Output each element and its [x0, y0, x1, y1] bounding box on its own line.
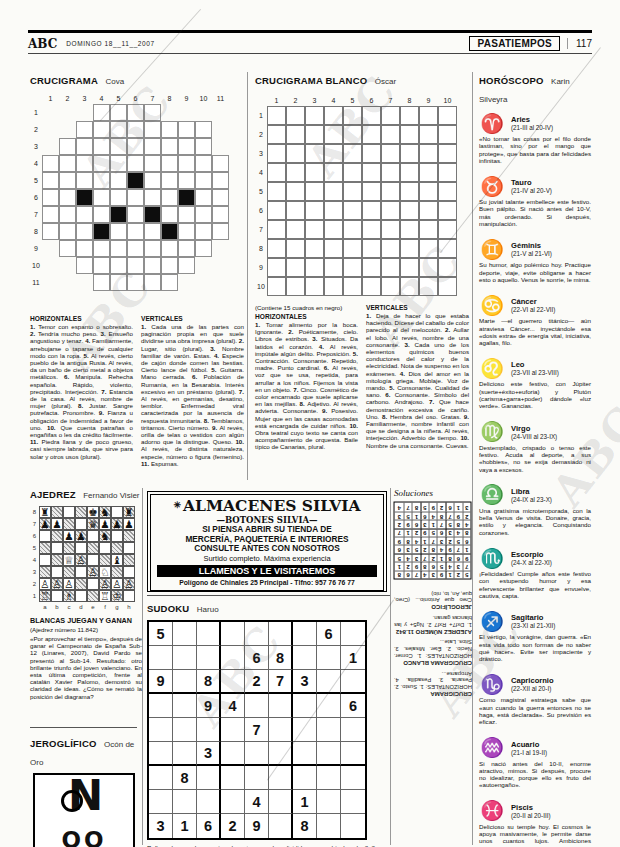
crossword-cell-r8c3[interactable]	[76, 223, 93, 240]
crossword-cell-r6c7[interactable]	[144, 189, 161, 206]
crossword-void-cell	[59, 121, 76, 138]
white-crossword-cell-r7c6[interactable]	[362, 220, 381, 239]
white-crossword-cell-r10c7[interactable]	[381, 277, 400, 296]
sudoku-cell-r4c7[interactable]	[293, 694, 317, 718]
white-crossword-cell-r4c4[interactable]	[324, 163, 343, 182]
crossword-cell-r7c8[interactable]	[161, 206, 178, 223]
white-crossword-cell-r7c5[interactable]	[343, 220, 362, 239]
crossword-cell-r8c6[interactable]	[127, 223, 144, 240]
crossword-cell-r2c8[interactable]	[161, 121, 178, 138]
white-crossword-cell-r3c3[interactable]	[305, 144, 324, 163]
clue-number: 4.	[85, 337, 92, 344]
crossword-cell-r9c3[interactable]	[76, 240, 93, 257]
white-crossword-cell-r8c3[interactable]	[305, 239, 324, 258]
sign-name-block: Tauro(21-IV al 20-V)	[511, 178, 552, 194]
sudoku-cell-r1c3[interactable]	[197, 622, 221, 646]
rank-label: 1	[30, 590, 39, 602]
white-crossword-cell-r9c1[interactable]	[267, 258, 286, 277]
crossword-cell-r5c1[interactable]	[42, 172, 59, 189]
white-crossword-cell-r5c1[interactable]	[267, 182, 286, 201]
white-crossword-cell-r9c2[interactable]	[286, 258, 305, 277]
crossword-cell-r2c9[interactable]	[178, 121, 195, 138]
white-crossword-cell-r3c6[interactable]	[362, 144, 381, 163]
sudoku-cell-r8c8[interactable]	[317, 790, 341, 814]
sudoku-cell-r4c5[interactable]	[245, 694, 269, 718]
white-crossword-cell-r2c6[interactable]	[362, 125, 381, 144]
crossword-cell-r7c2[interactable]	[59, 206, 76, 223]
crossword-cell-r6c4[interactable]	[93, 189, 110, 206]
crossword-cell-r7c11[interactable]	[212, 206, 229, 223]
white-crossword-cell-r9c8[interactable]	[400, 258, 419, 277]
crossword-cell-r10c8[interactable]	[161, 257, 178, 274]
white-crossword-cell-r7c2[interactable]	[286, 220, 305, 239]
sudoku-cell-r9c8[interactable]	[317, 814, 341, 838]
sudoku-cell-r6c7[interactable]	[293, 742, 317, 766]
white-crossword-cell-r7c10[interactable]	[438, 220, 457, 239]
white-crossword-cell-r2c5[interactable]	[343, 125, 362, 144]
crossword-cell-r9c8[interactable]	[161, 240, 178, 257]
white-crossword-cell-r8c8[interactable]	[400, 239, 419, 258]
crossword-cell-r1c7[interactable]	[144, 104, 161, 121]
white-crossword-cell-r4c7[interactable]	[381, 163, 400, 182]
white-crossword-cell-r7c7[interactable]	[381, 220, 400, 239]
sudoku-cell-r5c2[interactable]	[173, 718, 197, 742]
white-crossword-cell-r10c5[interactable]	[343, 277, 362, 296]
virgo-icon: ♍	[479, 422, 505, 441]
col-label: 7	[144, 93, 161, 104]
crossword-cell-r2c5[interactable]	[110, 121, 127, 138]
white-crossword-cell-r7c1[interactable]	[267, 220, 286, 239]
leo-icon: ♌	[479, 359, 505, 378]
crossword-cell-r6c1[interactable]	[42, 189, 59, 206]
crossword-cell-r1c5[interactable]	[110, 104, 127, 121]
crossword-cell-r4c1[interactable]	[42, 155, 59, 172]
sudoku-cell-r3c9: 5	[395, 553, 403, 561]
white-crossword-cell-r2c9[interactable]	[419, 125, 438, 144]
crossword-cell-r9c6[interactable]	[127, 240, 144, 257]
sudoku-cell-r1c6[interactable]	[269, 622, 293, 646]
sudoku-cell-r3c2[interactable]	[173, 670, 197, 694]
sudoku-cell-r7c5[interactable]	[245, 766, 269, 790]
white-crossword-cell-r7c4[interactable]	[324, 220, 343, 239]
sudoku-cell-r7c1[interactable]	[149, 766, 173, 790]
white-crossword-cell-r3c10[interactable]	[438, 144, 457, 163]
white-crossword-cell-r1c1[interactable]	[267, 106, 286, 125]
chess-square-a7: ♟	[39, 518, 51, 530]
sudoku-cell-r9c5: 9	[429, 503, 437, 511]
white-crossword-cell-r10c3[interactable]	[305, 277, 324, 296]
crossword-cell-r9c5[interactable]	[110, 240, 127, 257]
horoscope-list: ♈Aries(21-III al 20-IV)«No tomar las cos…	[479, 112, 591, 847]
crossword-cell-r9c2[interactable]	[59, 240, 76, 257]
crossword-cell-r4c8[interactable]	[161, 155, 178, 172]
crossword-cell-r5c11[interactable]	[212, 172, 229, 189]
sudoku-cell-r5c3[interactable]	[197, 718, 221, 742]
white-crossword-cell-r3c9[interactable]	[419, 144, 438, 163]
sudoku-cell-r6c8: 1	[403, 528, 411, 536]
white-crossword-cell-r10c6[interactable]	[362, 277, 381, 296]
sudoku-cell-r6c8[interactable]	[317, 742, 341, 766]
white-crossword-cell-r9c9[interactable]	[419, 258, 438, 277]
sudoku-cell-r7c7[interactable]	[293, 766, 317, 790]
white-crossword-cell-r9c10[interactable]	[438, 258, 457, 277]
chess-board: 8♜♚♞♜7♟♟♛♟♟♟6♟♟♞54♕♙♝3♙♘2♙♙♙♙♙♙1♖♗♖♔abcd…	[30, 506, 142, 611]
white-crossword-cell-r9c3[interactable]	[305, 258, 324, 277]
sudoku-cell-r4c1[interactable]	[149, 694, 173, 718]
sudoku-cell-r3c8[interactable]	[317, 670, 341, 694]
white-crossword-cell-r1c7[interactable]	[381, 106, 400, 125]
white-crossword-cell-r5c5[interactable]	[343, 182, 362, 201]
chess-square-b1	[51, 590, 63, 602]
sudoku-cell-r1c2[interactable]	[173, 622, 197, 646]
sudoku-cell-r6c1[interactable]	[149, 742, 173, 766]
sudoku-cell-r7c9[interactable]	[341, 766, 365, 790]
sudoku-cell-r4c1: 1	[462, 545, 470, 553]
crossword-void-cell	[212, 138, 229, 155]
white-crossword-cell-r4c9[interactable]	[419, 163, 438, 182]
crossword-cell-r9c7[interactable]	[144, 240, 161, 257]
crossword-cell-r2c4[interactable]	[93, 121, 110, 138]
white-crossword-cell-r4c10[interactable]	[438, 163, 457, 182]
sudoku-cell-r8c2[interactable]	[173, 790, 197, 814]
crossword-cell-r8c7[interactable]	[144, 223, 161, 240]
white-crossword-cell-r6c3[interactable]	[305, 201, 324, 220]
crossword-cell-r6c6[interactable]	[127, 189, 144, 206]
crossword-cell-r3c8[interactable]	[161, 138, 178, 155]
sign-dates: (23-VII al 23-VIII)	[511, 369, 559, 376]
white-crossword-cell-r4c1[interactable]	[267, 163, 286, 182]
crossword-cell-r7c4[interactable]	[93, 206, 110, 223]
crossword-cell-r7c6[interactable]	[127, 206, 144, 223]
crossword-cell-r3c2[interactable]	[59, 138, 76, 155]
crossword-cell-r10c5[interactable]	[110, 257, 127, 274]
crossword-cell-r2c3[interactable]	[76, 121, 93, 138]
white-crossword-cell-r8c9[interactable]	[419, 239, 438, 258]
white-crossword-cell-r5c2[interactable]	[286, 182, 305, 201]
crossword-cell-r4c5[interactable]	[110, 155, 127, 172]
white-crossword-cell-r10c4[interactable]	[324, 277, 343, 296]
white-crossword-cell-r10c1[interactable]	[267, 277, 286, 296]
white-crossword-cell-r6c5[interactable]	[343, 201, 362, 220]
sudoku-cell-r5c8: 8	[403, 537, 411, 545]
white-crossword-cell-r6c6[interactable]	[362, 201, 381, 220]
white-crossword-cell-r5c6[interactable]	[362, 182, 381, 201]
white-crossword-cell-r4c5[interactable]	[343, 163, 362, 182]
crossword-cell-r4c4[interactable]	[93, 155, 110, 172]
white-crossword-cell-r1c3[interactable]	[305, 106, 324, 125]
crossword-grid: 12345678910111234567891011	[30, 93, 244, 291]
crossword-cell-r11c4[interactable]	[93, 274, 110, 291]
crossword-cell-r11c7[interactable]	[144, 274, 161, 291]
white-crossword-cell-r1c8[interactable]	[400, 106, 419, 125]
clues-title: HORIZONTALES	[255, 313, 358, 320]
crossword-cell-r4c3[interactable]	[76, 155, 93, 172]
sudoku-cell-r2c4[interactable]	[221, 646, 245, 670]
sudoku-cell-r6c5[interactable]	[245, 742, 269, 766]
sudoku-cell-r7c4[interactable]	[221, 766, 245, 790]
row-label: 6	[255, 201, 267, 220]
crossword-cell-r10c6[interactable]	[127, 257, 144, 274]
crossword-cell-r11c5[interactable]	[110, 274, 127, 291]
col-label: 1	[42, 93, 59, 104]
sudoku-cell-r2c3[interactable]	[197, 646, 221, 670]
crossword-cell-r5c10[interactable]	[195, 172, 212, 189]
white-crossword-cell-r7c8[interactable]	[400, 220, 419, 239]
white-crossword-clues: (Contiene 15 cuadros en negro) HORIZONTA…	[255, 304, 469, 451]
white-crossword-cell-r5c8[interactable]	[400, 182, 419, 201]
white-crossword-cell-r1c4[interactable]	[324, 106, 343, 125]
chess-square-e7: ♛	[87, 518, 99, 530]
white-crossword-cell-r10c8[interactable]	[400, 277, 419, 296]
white-crossword-cell-r10c10[interactable]	[438, 277, 457, 296]
crossword-cell-r3c9[interactable]	[178, 138, 195, 155]
sudoku-cell-r7c8[interactable]	[317, 766, 341, 790]
crossword-black-cell	[161, 223, 178, 240]
sudoku-cell-r5c7[interactable]	[293, 718, 317, 742]
white-crossword-cell-r8c1[interactable]	[267, 239, 286, 258]
sudoku-cell-r5c6[interactable]	[269, 718, 293, 742]
sudoku-cell-r7c2: 8	[173, 766, 197, 790]
white-crossword-cell-r1c10[interactable]	[438, 106, 457, 125]
sudoku-cell-r8c6[interactable]	[269, 790, 293, 814]
geminis-icon: ♊	[479, 240, 505, 259]
crossword-cell-r7c10[interactable]	[195, 206, 212, 223]
clues-title: VERTICALES	[366, 304, 469, 311]
solutions-text-upside-down: CRUCIGRAMAHORIZONTALES: 1. Susto. 2. Pes…	[394, 590, 472, 697]
sudoku-cell-r6c9[interactable]	[341, 742, 365, 766]
sudoku-cell-r5c1[interactable]	[149, 718, 173, 742]
sudoku-cell-r4c6[interactable]	[269, 694, 293, 718]
chess-square-c6: ♟	[63, 530, 75, 542]
sudoku-cell-r4c2[interactable]	[173, 694, 197, 718]
sudoku-cell-r2c1[interactable]	[149, 646, 173, 670]
crossword-cell-r5c9[interactable]	[178, 172, 195, 189]
sudoku-cell-r2c2[interactable]	[173, 646, 197, 670]
sudoku-cell-r7c3[interactable]	[197, 766, 221, 790]
clue-number: 2.	[239, 337, 244, 344]
sudoku-cell-r2c7[interactable]	[293, 646, 317, 670]
sudoku-cell-r6c2[interactable]	[173, 742, 197, 766]
sudoku-cell-r3c4[interactable]	[221, 670, 245, 694]
clue-number: 9.	[212, 424, 219, 431]
white-crossword-cell-r6c8[interactable]	[400, 201, 419, 220]
sudoku-cell-r1c4[interactable]	[221, 622, 245, 646]
crossword-cell-r3c4[interactable]	[93, 138, 110, 155]
white-crossword-cell-r6c4[interactable]	[324, 201, 343, 220]
crossword-cell-r10c9[interactable]	[178, 257, 195, 274]
crossword-cell-r7c9[interactable]	[178, 206, 195, 223]
white-crossword-cell-r2c4[interactable]	[324, 125, 343, 144]
crossword-cell-r5c7[interactable]	[144, 172, 161, 189]
crossword-cell-r8c2[interactable]	[59, 223, 76, 240]
sudoku-cell-r8c3: 7	[445, 511, 453, 519]
white-crossword-cell-r6c10[interactable]	[438, 201, 457, 220]
crossword-cell-r2c10[interactable]	[195, 121, 212, 138]
crossword-cell-r9c4[interactable]	[93, 240, 110, 257]
crossword-cell-r4c9[interactable]	[178, 155, 195, 172]
crossword-cell-r8c9[interactable]	[178, 223, 195, 240]
sudoku-cell-r5c8[interactable]	[317, 718, 341, 742]
white-crossword-cell-r8c2[interactable]	[286, 239, 305, 258]
white-crossword-cell-r1c6[interactable]	[362, 106, 381, 125]
sudoku-cell-r7c6[interactable]	[269, 766, 293, 790]
white-crossword-cell-r8c6[interactable]	[362, 239, 381, 258]
white-crossword-cell-r1c5[interactable]	[343, 106, 362, 125]
crossword-cell-r2c7[interactable]	[144, 121, 161, 138]
crossword-cell-r11c8[interactable]	[161, 274, 178, 291]
white-crossword-cell-r6c1[interactable]	[267, 201, 286, 220]
crossword-cell-r11c6[interactable]	[127, 274, 144, 291]
chess-square-d5	[75, 542, 87, 554]
crossword-cell-r8c11[interactable]	[212, 223, 229, 240]
crossword-cell-r9c10[interactable]	[195, 240, 212, 257]
sign-name: Sagitario	[511, 613, 555, 622]
chess-square-d7	[75, 518, 87, 530]
crossword-cell-r5c2[interactable]	[59, 172, 76, 189]
crossword-cell-r5c5[interactable]	[110, 172, 127, 189]
white-crossword-cell-r4c6[interactable]	[362, 163, 381, 182]
white-crossword-cell-r9c4[interactable]	[324, 258, 343, 277]
sudoku-cell-r4c8[interactable]	[317, 694, 341, 718]
white-crossword-cell-r5c10[interactable]	[438, 182, 457, 201]
crossword-cell-r3c7[interactable]	[144, 138, 161, 155]
crossword-cell-r10c4[interactable]	[93, 257, 110, 274]
crossword-cell-r5c8[interactable]	[161, 172, 178, 189]
chess-square-c5	[63, 542, 75, 554]
sudoku-cell-r5c4[interactable]	[221, 718, 245, 742]
white-crossword-cell-r6c9[interactable]	[419, 201, 438, 220]
white-crossword-cell-r3c4[interactable]	[324, 144, 343, 163]
sudoku-cell-r8c4[interactable]	[221, 790, 245, 814]
sudoku-cell-r8c3[interactable]	[197, 790, 221, 814]
white-crossword-cell-r8c7[interactable]	[381, 239, 400, 258]
sudoku-cell-r9c6[interactable]	[269, 814, 293, 838]
crossword-cell-r6c10[interactable]	[195, 189, 212, 206]
white-crossword-cell-r4c3[interactable]	[305, 163, 324, 182]
white-crossword-cell-r2c1[interactable]	[267, 125, 286, 144]
sign-head: ♎Libra(24-IX al 23-X)	[479, 484, 591, 506]
crossword-cell-r9c9[interactable]	[178, 240, 195, 257]
sign-name-block: Géminis(21-V al 21-VI)	[511, 241, 552, 257]
sudoku-cell-r5c9[interactable]	[341, 718, 365, 742]
white-crossword-cell-r5c9[interactable]	[419, 182, 438, 201]
jeroglifico-header: JEROGLÍFICO Ocón de Oro	[30, 733, 140, 769]
white-crossword-cell-r3c7[interactable]	[381, 144, 400, 163]
white-crossword-cell-r5c4[interactable]	[324, 182, 343, 201]
crossword-cell-r5c3[interactable]	[76, 172, 93, 189]
sign-dates: (21-IV al 20-V)	[511, 187, 552, 194]
white-crossword-cell-r3c5[interactable]	[343, 144, 362, 163]
white-crossword-cell-r5c7[interactable]	[381, 182, 400, 201]
crossword-cell-r3c3[interactable]	[76, 138, 93, 155]
white-crossword-cell-r8c10[interactable]	[438, 239, 457, 258]
chess-square-f6: ♞	[99, 530, 111, 542]
crossword-cell-r3c10[interactable]	[195, 138, 212, 155]
white-crossword-cell-r10c9[interactable]	[419, 277, 438, 296]
white-crossword-cell-r2c8[interactable]	[400, 125, 419, 144]
white-crossword-cell-r4c2[interactable]	[286, 163, 305, 182]
white-crossword-cell-r8c4[interactable]	[324, 239, 343, 258]
white-crossword-cell-r10c2[interactable]	[286, 277, 305, 296]
crossword-cell-r1c4[interactable]	[93, 104, 110, 121]
sudoku-cell-r9c9[interactable]	[341, 814, 365, 838]
sudoku-cell-r8c1[interactable]	[149, 790, 173, 814]
white-crossword-cell-r2c7[interactable]	[381, 125, 400, 144]
sudoku-cell-r3c3: 8	[445, 553, 453, 561]
crossword-cell-r10c3[interactable]	[76, 257, 93, 274]
sudoku-cell-r1c5[interactable]	[245, 622, 269, 646]
horoscope-entry-leo: ♌Leo(23-VII al 23-VIII)Delicioso este fe…	[479, 357, 591, 409]
crossword-cell-r6c11[interactable]	[212, 189, 229, 206]
crossword-cell-r4c2[interactable]	[59, 155, 76, 172]
crossword-cell-r8c10[interactable]	[195, 223, 212, 240]
solution-line: Creo que Antonio... (Creo, que, An, to, …	[394, 590, 472, 604]
clue-number: 6.	[324, 364, 333, 371]
white-crossword-cell-r7c3[interactable]	[305, 220, 324, 239]
white-crossword-cell-r8c5[interactable]	[343, 239, 362, 258]
white-crossword-cell-r9c7[interactable]	[381, 258, 400, 277]
crossword-cell-r4c6[interactable]	[127, 155, 144, 172]
white-crossword-cell-r3c8[interactable]	[400, 144, 419, 163]
crossword-cell-r8c5[interactable]	[110, 223, 127, 240]
sign-text: Marte —el guerrero titánico— aún atravie…	[479, 317, 591, 346]
white-crossword-cell-r2c3[interactable]	[305, 125, 324, 144]
white-crossword-cell-r7c9[interactable]	[419, 220, 438, 239]
white-crossword-cell-r1c9[interactable]	[419, 106, 438, 125]
sudoku-cell-r4c4: 4	[437, 545, 445, 553]
sudoku-cell-r6c7: 2	[412, 528, 420, 536]
crossword-cell-r4c11[interactable]	[212, 155, 229, 172]
chess-square-e6	[87, 530, 99, 542]
white-crossword-cell-r6c7[interactable]	[381, 201, 400, 220]
crossword-void-cell	[161, 104, 178, 121]
crossword-cell-r8c1[interactable]	[42, 223, 59, 240]
white-crossword-cell-r2c2[interactable]	[286, 125, 305, 144]
sudoku-cell-r6c6[interactable]	[269, 742, 293, 766]
crossword-cell-r4c10[interactable]	[195, 155, 212, 172]
crossword-cell-r5c4[interactable]	[93, 172, 110, 189]
white-crossword-cell-r5c3[interactable]	[305, 182, 324, 201]
crossword-cell-r6c8[interactable]	[161, 189, 178, 206]
crossword-cell-r2c6[interactable]	[127, 121, 144, 138]
white-crossword-cell-r9c5[interactable]	[343, 258, 362, 277]
crossword-cell-r6c5[interactable]	[110, 189, 127, 206]
sudoku-cell-r4c9: 6	[395, 545, 403, 553]
crossword-cell-r10c7[interactable]	[144, 257, 161, 274]
crossword-cell-r7c3[interactable]	[76, 206, 93, 223]
crossword-cell-r3c5[interactable]	[110, 138, 127, 155]
white-crossword-cell-r6c2[interactable]	[286, 201, 305, 220]
sudoku-cell-r1c9[interactable]	[341, 622, 365, 646]
sudoku-cell-r8c9[interactable]	[341, 790, 365, 814]
white-crossword-cell-r3c2[interactable]	[286, 144, 305, 163]
crossword-cell-r7c1[interactable]	[42, 206, 59, 223]
chess-square-h7: ♟	[123, 518, 135, 530]
sudoku-cell-r2c8[interactable]	[317, 646, 341, 670]
white-crossword-cell-r1c2[interactable]	[286, 106, 305, 125]
crossword-cell-r6c2[interactable]	[59, 189, 76, 206]
white-crossword-cell-r4c8[interactable]	[400, 163, 419, 182]
crossword-cell-r1c6[interactable]	[127, 104, 144, 121]
white-crossword-cell-r2c10[interactable]	[438, 125, 457, 144]
crossword-cell-r3c6[interactable]	[127, 138, 144, 155]
sudoku-cell-r3c9[interactable]	[341, 670, 365, 694]
sudoku-cell-r6c4[interactable]	[221, 742, 245, 766]
crossword-cell-r4c7[interactable]	[144, 155, 161, 172]
white-crossword-cell-r9c6[interactable]	[362, 258, 381, 277]
white-crossword-cell-r3c1[interactable]	[267, 144, 286, 163]
sudoku-cell-r1c7[interactable]	[293, 622, 317, 646]
